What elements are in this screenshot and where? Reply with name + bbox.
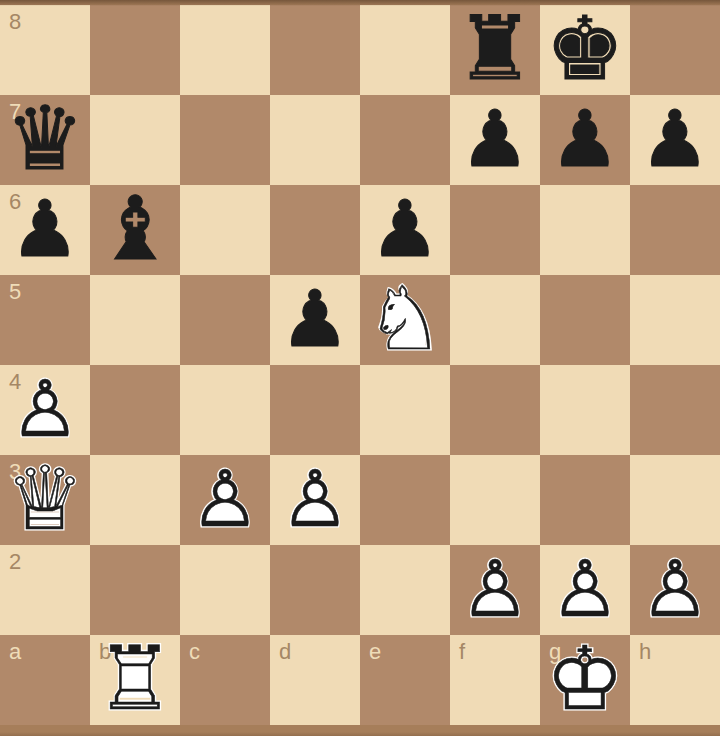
square-a2[interactable]: 2	[0, 545, 90, 635]
square-b8[interactable]	[90, 5, 180, 95]
square-d7[interactable]	[270, 95, 360, 185]
board-bottom-shadow	[0, 732, 720, 736]
file-label-e: e	[369, 640, 381, 664]
white-pawn[interactable]: ♟♙	[450, 545, 540, 635]
square-d4[interactable]	[270, 365, 360, 455]
square-e8[interactable]	[360, 5, 450, 95]
square-g8[interactable]: ♚	[540, 5, 630, 95]
square-h7[interactable]: ♟	[630, 95, 720, 185]
square-e3[interactable]	[360, 455, 450, 545]
square-g3[interactable]	[540, 455, 630, 545]
white-pawn-outline: ♙	[550, 544, 620, 634]
white-rook[interactable]: ♜♖	[90, 635, 180, 725]
square-h8[interactable]	[630, 5, 720, 95]
square-c5[interactable]	[180, 275, 270, 365]
square-g1[interactable]: g♚♔	[540, 635, 630, 725]
square-c8[interactable]	[180, 5, 270, 95]
white-pawn-outline: ♙	[280, 454, 350, 544]
chess-board[interactable]: 8♜♚7♛♟♟♟6♟♝♟5♟♞♘4♟♙3♛♕♟♙♟♙2♟♙♟♙♟♙ab♜♖cde…	[0, 5, 720, 725]
square-f4[interactable]	[450, 365, 540, 455]
black-pawn-glyph: ♟	[640, 94, 710, 184]
chess-app-screen: 8♜♚7♛♟♟♟6♟♝♟5♟♞♘4♟♙3♛♕♟♙♟♙2♟♙♟♙♟♙ab♜♖cde…	[0, 0, 720, 736]
black-pawn[interactable]: ♟	[0, 185, 90, 275]
rank-label-8: 8	[9, 10, 21, 34]
square-g2[interactable]: ♟♙	[540, 545, 630, 635]
white-knight[interactable]: ♞♘	[360, 275, 450, 365]
square-e5[interactable]: ♞♘	[360, 275, 450, 365]
square-h6[interactable]	[630, 185, 720, 275]
square-d2[interactable]	[270, 545, 360, 635]
white-pawn[interactable]: ♟♙	[540, 545, 630, 635]
black-pawn-glyph: ♟	[550, 94, 620, 184]
square-f7[interactable]: ♟	[450, 95, 540, 185]
square-f3[interactable]	[450, 455, 540, 545]
square-d3[interactable]: ♟♙	[270, 455, 360, 545]
square-f2[interactable]: ♟♙	[450, 545, 540, 635]
black-pawn-glyph: ♟	[10, 184, 80, 274]
black-bishop-glyph: ♝	[96, 184, 175, 274]
square-d8[interactable]	[270, 5, 360, 95]
square-a6[interactable]: 6♟	[0, 185, 90, 275]
square-g4[interactable]	[540, 365, 630, 455]
black-king-glyph: ♚	[546, 4, 625, 94]
square-a7[interactable]: 7♛	[0, 95, 90, 185]
rank-label-5: 5	[9, 280, 21, 304]
rank-label-2: 2	[9, 550, 21, 574]
square-b4[interactable]	[90, 365, 180, 455]
black-pawn[interactable]: ♟	[450, 95, 540, 185]
square-b2[interactable]	[90, 545, 180, 635]
square-c2[interactable]	[180, 545, 270, 635]
square-f6[interactable]	[450, 185, 540, 275]
file-label-h: h	[639, 640, 651, 664]
black-pawn[interactable]: ♟	[540, 95, 630, 185]
white-pawn[interactable]: ♟♙	[180, 455, 270, 545]
square-g5[interactable]	[540, 275, 630, 365]
white-pawn-outline: ♙	[190, 454, 260, 544]
white-rook-outline: ♖	[96, 634, 175, 724]
square-b5[interactable]	[90, 275, 180, 365]
square-h4[interactable]	[630, 365, 720, 455]
white-pawn[interactable]: ♟♙	[630, 545, 720, 635]
black-pawn-glyph: ♟	[460, 94, 530, 184]
square-a4[interactable]: 4♟♙	[0, 365, 90, 455]
white-pawn-outline: ♙	[460, 544, 530, 634]
square-f1[interactable]: f	[450, 635, 540, 725]
black-pawn[interactable]: ♟	[270, 275, 360, 365]
square-c7[interactable]	[180, 95, 270, 185]
file-label-f: f	[459, 640, 465, 664]
square-a5[interactable]: 5	[0, 275, 90, 365]
white-pawn[interactable]: ♟♙	[270, 455, 360, 545]
black-king[interactable]: ♚	[540, 5, 630, 95]
square-c1[interactable]: c	[180, 635, 270, 725]
white-queen-outline: ♕	[6, 454, 85, 544]
file-label-d: d	[279, 640, 291, 664]
square-f8[interactable]: ♜	[450, 5, 540, 95]
square-h5[interactable]	[630, 275, 720, 365]
square-b7[interactable]	[90, 95, 180, 185]
square-f5[interactable]	[450, 275, 540, 365]
black-pawn[interactable]: ♟	[360, 185, 450, 275]
square-a1[interactable]: a	[0, 635, 90, 725]
white-king[interactable]: ♚♔	[540, 635, 630, 725]
black-bishop[interactable]: ♝	[90, 185, 180, 275]
square-g6[interactable]	[540, 185, 630, 275]
file-label-a: a	[9, 640, 21, 664]
square-a8[interactable]: 8	[0, 5, 90, 95]
square-c4[interactable]	[180, 365, 270, 455]
file-label-c: c	[189, 640, 200, 664]
square-a3[interactable]: 3♛♕	[0, 455, 90, 545]
square-c6[interactable]	[180, 185, 270, 275]
square-h3[interactable]	[630, 455, 720, 545]
square-c3[interactable]: ♟♙	[180, 455, 270, 545]
black-queen[interactable]: ♛	[0, 95, 90, 185]
square-b3[interactable]	[90, 455, 180, 545]
white-pawn-outline: ♙	[640, 544, 710, 634]
square-e4[interactable]	[360, 365, 450, 455]
square-d6[interactable]	[270, 185, 360, 275]
square-h1[interactable]: h	[630, 635, 720, 725]
square-b1[interactable]: b♜♖	[90, 635, 180, 725]
square-g7[interactable]: ♟	[540, 95, 630, 185]
square-e2[interactable]	[360, 545, 450, 635]
white-pawn-outline: ♙	[10, 364, 80, 454]
black-pawn[interactable]: ♟	[630, 95, 720, 185]
black-rook[interactable]: ♜	[450, 5, 540, 95]
white-knight-outline: ♘	[366, 274, 445, 364]
square-d1[interactable]: d	[270, 635, 360, 725]
square-e1[interactable]: e	[360, 635, 450, 725]
square-b6[interactable]: ♝	[90, 185, 180, 275]
square-e6[interactable]: ♟	[360, 185, 450, 275]
square-h2[interactable]: ♟♙	[630, 545, 720, 635]
black-queen-glyph: ♛	[6, 94, 85, 184]
white-queen[interactable]: ♛♕	[0, 455, 90, 545]
white-king-outline: ♔	[546, 634, 625, 724]
black-pawn-glyph: ♟	[280, 274, 350, 364]
square-d5[interactable]: ♟	[270, 275, 360, 365]
square-e7[interactable]	[360, 95, 450, 185]
white-pawn[interactable]: ♟♙	[0, 365, 90, 455]
black-pawn-glyph: ♟	[370, 184, 440, 274]
black-rook-glyph: ♜	[456, 4, 535, 94]
